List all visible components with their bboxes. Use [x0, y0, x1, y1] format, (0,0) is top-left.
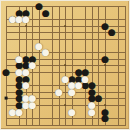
black-stone[interactable]: ● [95, 95, 102, 102]
white-stone[interactable]: ● [16, 108, 23, 115]
white-stone[interactable]: ● [42, 49, 49, 56]
black-stone[interactable]: ● [42, 9, 49, 16]
white-stone[interactable]: ● [23, 82, 30, 89]
white-stone[interactable]: ● [16, 56, 23, 63]
go-board[interactable]: ●●●●●●●●●●●●●●●●●●●●●●●●●●●●●●●●●●●●●●●●… [0, 0, 130, 130]
white-stone[interactable]: ● [29, 102, 36, 109]
black-stone[interactable]: ● [3, 69, 10, 76]
hoshi-point [25, 25, 27, 27]
hoshi-point [64, 104, 66, 106]
black-stone[interactable]: ● [108, 29, 115, 36]
black-stone[interactable]: ● [102, 56, 109, 63]
square-marker [5, 97, 8, 100]
hoshi-point [64, 64, 66, 66]
white-stone[interactable]: ● [75, 82, 82, 89]
white-stone[interactable]: ● [69, 89, 76, 96]
white-stone[interactable]: ● [69, 108, 76, 115]
white-stone[interactable]: ● [56, 89, 63, 96]
white-stone[interactable]: ● [29, 62, 36, 69]
white-stone[interactable]: ● [23, 16, 30, 23]
white-stone[interactable]: ● [82, 75, 89, 82]
hoshi-point [104, 64, 106, 66]
black-stone[interactable]: ● [102, 115, 109, 122]
hoshi-point [64, 25, 66, 27]
white-stone[interactable]: ● [23, 69, 30, 76]
white-stone[interactable]: ● [89, 108, 96, 115]
